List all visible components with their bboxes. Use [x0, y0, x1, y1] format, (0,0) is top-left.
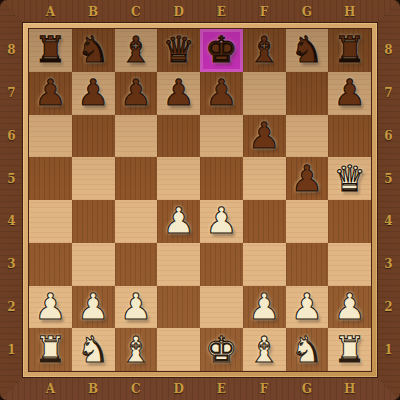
square-f1[interactable]: ♝ — [243, 328, 286, 371]
piece-white-pawn-d4[interactable]: ♟ — [162, 203, 194, 239]
file-labels-bottom: ABCDEFGH — [29, 377, 371, 400]
piece-black-queen-d8[interactable]: ♛ — [162, 32, 194, 68]
square-c7[interactable]: ♟ — [115, 72, 158, 115]
piece-black-knight-g8[interactable]: ♞ — [291, 32, 323, 68]
rank-label-4: 4 — [377, 200, 400, 243]
square-b3[interactable] — [72, 243, 115, 286]
square-c5[interactable] — [115, 157, 158, 200]
rank-label-2: 2 — [0, 286, 23, 329]
piece-white-knight-g1[interactable]: ♞ — [291, 332, 323, 368]
piece-black-pawn-h7[interactable]: ♟ — [333, 75, 365, 111]
piece-black-bishop-c8[interactable]: ♝ — [120, 32, 152, 68]
rank-label-8: 8 — [0, 29, 23, 72]
square-d8[interactable]: ♛ — [157, 29, 200, 72]
piece-white-pawn-g2[interactable]: ♟ — [291, 289, 323, 325]
square-d2[interactable] — [157, 286, 200, 329]
piece-black-rook-a8[interactable]: ♜ — [34, 32, 66, 68]
piece-white-king-e1[interactable]: ♚ — [205, 332, 237, 368]
piece-white-pawn-c2[interactable]: ♟ — [120, 289, 152, 325]
piece-black-knight-b8[interactable]: ♞ — [77, 32, 109, 68]
piece-white-knight-b1[interactable]: ♞ — [77, 332, 109, 368]
rank-label-1: 1 — [377, 328, 400, 371]
piece-white-pawn-b2[interactable]: ♟ — [77, 289, 109, 325]
piece-white-bishop-f1[interactable]: ♝ — [248, 332, 280, 368]
rank-label-7: 7 — [0, 72, 23, 115]
file-label-d: D — [157, 0, 200, 23]
rank-label-3: 3 — [0, 243, 23, 286]
square-g7[interactable] — [286, 72, 329, 115]
file-label-e: E — [200, 377, 243, 400]
file-label-d: D — [157, 377, 200, 400]
square-d7[interactable]: ♟ — [157, 72, 200, 115]
rank-label-6: 6 — [0, 115, 23, 158]
piece-black-pawn-b7[interactable]: ♟ — [77, 75, 109, 111]
piece-white-bishop-c1[interactable]: ♝ — [120, 332, 152, 368]
file-label-h: H — [328, 377, 371, 400]
square-b5[interactable] — [72, 157, 115, 200]
square-g6[interactable] — [286, 115, 329, 158]
square-e5[interactable] — [200, 157, 243, 200]
file-label-a: A — [29, 0, 72, 23]
square-a8[interactable]: ♜ — [29, 29, 72, 72]
piece-white-pawn-a2[interactable]: ♟ — [34, 289, 66, 325]
square-b1[interactable]: ♞ — [72, 328, 115, 371]
rank-label-5: 5 — [377, 157, 400, 200]
square-f4[interactable] — [243, 200, 286, 243]
square-h1[interactable]: ♜ — [328, 328, 371, 371]
chess-app-window: ABCDEFGH ABCDEFGH 87654321 87654321 ♜♞♝♛… — [0, 0, 400, 400]
square-h2[interactable]: ♟ — [328, 286, 371, 329]
square-g1[interactable]: ♞ — [286, 328, 329, 371]
piece-black-pawn-a7[interactable]: ♟ — [34, 75, 66, 111]
rank-label-2: 2 — [377, 286, 400, 329]
square-h3[interactable] — [328, 243, 371, 286]
square-b6[interactable] — [72, 115, 115, 158]
square-c8[interactable]: ♝ — [115, 29, 158, 72]
file-label-c: C — [115, 0, 158, 23]
file-label-g: G — [286, 0, 329, 23]
piece-white-rook-h1[interactable]: ♜ — [333, 332, 365, 368]
square-a5[interactable] — [29, 157, 72, 200]
piece-white-pawn-f2[interactable]: ♟ — [248, 289, 280, 325]
square-d4[interactable]: ♟ — [157, 200, 200, 243]
square-b8[interactable]: ♞ — [72, 29, 115, 72]
square-b2[interactable]: ♟ — [72, 286, 115, 329]
square-a2[interactable]: ♟ — [29, 286, 72, 329]
piece-white-pawn-e4[interactable]: ♟ — [205, 203, 237, 239]
rank-label-7: 7 — [377, 72, 400, 115]
file-labels-top: ABCDEFGH — [29, 0, 371, 23]
rank-labels-right: 87654321 — [377, 29, 400, 371]
square-h8[interactable]: ♜ — [328, 29, 371, 72]
square-c3[interactable] — [115, 243, 158, 286]
square-a1[interactable]: ♜ — [29, 328, 72, 371]
square-b7[interactable]: ♟ — [72, 72, 115, 115]
piece-white-pawn-h2[interactable]: ♟ — [333, 289, 365, 325]
rank-label-4: 4 — [0, 200, 23, 243]
file-label-a: A — [29, 377, 72, 400]
square-f5[interactable] — [243, 157, 286, 200]
square-a7[interactable]: ♟ — [29, 72, 72, 115]
square-h6[interactable] — [328, 115, 371, 158]
square-e8-check-highlight[interactable]: ♚ — [200, 29, 243, 72]
rank-label-6: 6 — [377, 115, 400, 158]
square-b4[interactable] — [72, 200, 115, 243]
square-h7[interactable]: ♟ — [328, 72, 371, 115]
square-c6[interactable] — [115, 115, 158, 158]
board-grid: ♜♞♝♛♚♝♞♜♟♟♟♟♟♟♟♟♛♟♟♟♟♟♟♟♟♜♞♝♚♝♞♜ — [29, 29, 371, 371]
file-label-g: G — [286, 377, 329, 400]
rank-labels-left: 87654321 — [0, 29, 23, 371]
square-g2[interactable]: ♟ — [286, 286, 329, 329]
file-label-e: E — [200, 0, 243, 23]
square-e3[interactable] — [200, 243, 243, 286]
square-d1[interactable] — [157, 328, 200, 371]
square-f2[interactable]: ♟ — [243, 286, 286, 329]
piece-white-queen-h5[interactable]: ♛ — [333, 161, 365, 197]
square-a4[interactable] — [29, 200, 72, 243]
piece-black-rook-h8[interactable]: ♜ — [333, 32, 365, 68]
square-e6[interactable] — [200, 115, 243, 158]
square-a3[interactable] — [29, 243, 72, 286]
piece-black-pawn-f6[interactable]: ♟ — [248, 118, 280, 154]
rank-label-1: 1 — [0, 328, 23, 371]
file-label-c: C — [115, 377, 158, 400]
file-label-b: B — [72, 0, 115, 23]
rank-label-3: 3 — [377, 243, 400, 286]
square-f6[interactable]: ♟ — [243, 115, 286, 158]
piece-black-pawn-c7[interactable]: ♟ — [120, 75, 152, 111]
square-d6[interactable] — [157, 115, 200, 158]
square-c1[interactable]: ♝ — [115, 328, 158, 371]
rank-label-5: 5 — [0, 157, 23, 200]
square-h5[interactable]: ♛ — [328, 157, 371, 200]
square-g8[interactable]: ♞ — [286, 29, 329, 72]
piece-black-bishop-f8[interactable]: ♝ — [248, 32, 280, 68]
square-c4[interactable] — [115, 200, 158, 243]
square-g3[interactable] — [286, 243, 329, 286]
square-g5[interactable]: ♟ — [286, 157, 329, 200]
piece-white-rook-a1[interactable]: ♜ — [34, 332, 66, 368]
square-e7[interactable]: ♟ — [200, 72, 243, 115]
square-a6[interactable] — [29, 115, 72, 158]
file-label-f: F — [243, 377, 286, 400]
piece-black-pawn-e7[interactable]: ♟ — [205, 75, 237, 111]
square-g4[interactable] — [286, 200, 329, 243]
file-label-h: H — [328, 0, 371, 23]
piece-black-pawn-g5[interactable]: ♟ — [291, 161, 323, 197]
rank-label-8: 8 — [377, 29, 400, 72]
square-f3[interactable] — [243, 243, 286, 286]
square-h4[interactable] — [328, 200, 371, 243]
piece-black-pawn-d7[interactable]: ♟ — [162, 75, 194, 111]
square-c2[interactable]: ♟ — [115, 286, 158, 329]
piece-black-king-e8[interactable]: ♚ — [205, 32, 237, 68]
square-e2[interactable] — [200, 286, 243, 329]
square-f8[interactable]: ♝ — [243, 29, 286, 72]
square-d5[interactable] — [157, 157, 200, 200]
file-label-f: F — [243, 0, 286, 23]
square-e4[interactable]: ♟ — [200, 200, 243, 243]
file-label-b: B — [72, 377, 115, 400]
square-e1[interactable]: ♚ — [200, 328, 243, 371]
square-f7[interactable] — [243, 72, 286, 115]
square-d3[interactable] — [157, 243, 200, 286]
